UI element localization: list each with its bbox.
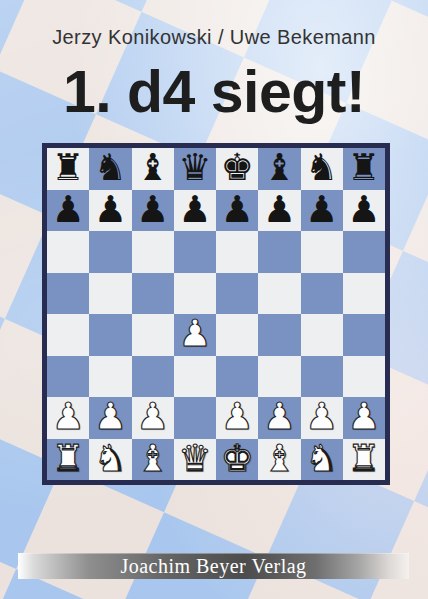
square-b7: ♟ <box>89 190 131 232</box>
square-g5 <box>301 273 343 315</box>
white-king-piece: ♚ <box>221 440 254 477</box>
square-f1: ♝ <box>258 439 300 481</box>
square-c6 <box>132 231 174 273</box>
square-e6 <box>216 231 258 273</box>
black-rook-piece: ♜ <box>347 149 380 186</box>
square-d2 <box>174 397 216 439</box>
black-pawn-piece: ♟ <box>305 191 338 228</box>
black-pawn-piece: ♟ <box>94 191 127 228</box>
publisher-name: Joachim Beyer Verlag <box>120 555 306 578</box>
black-knight-piece: ♞ <box>94 149 127 186</box>
black-pawn-piece: ♟ <box>347 191 380 228</box>
white-bishop-piece: ♝ <box>263 440 296 477</box>
white-pawn-piece: ♟ <box>221 398 254 435</box>
square-d4: ♟ <box>174 314 216 356</box>
square-a4 <box>47 314 89 356</box>
black-pawn-piece: ♟ <box>263 191 296 228</box>
square-c1: ♝ <box>132 439 174 481</box>
square-h8: ♜ <box>343 148 385 190</box>
square-g4 <box>301 314 343 356</box>
square-h7: ♟ <box>343 190 385 232</box>
white-knight-piece: ♞ <box>94 440 127 477</box>
black-pawn-piece: ♟ <box>178 191 211 228</box>
square-b6 <box>89 231 131 273</box>
black-pawn-piece: ♟ <box>52 191 85 228</box>
square-a8: ♜ <box>47 148 89 190</box>
square-f7: ♟ <box>258 190 300 232</box>
square-b3 <box>89 356 131 398</box>
black-pawn-piece: ♟ <box>221 191 254 228</box>
white-rook-piece: ♜ <box>52 440 85 477</box>
square-b1: ♞ <box>89 439 131 481</box>
white-pawn-piece: ♟ <box>178 315 211 352</box>
square-h6 <box>343 231 385 273</box>
square-f4 <box>258 314 300 356</box>
square-d3 <box>174 356 216 398</box>
square-b2: ♟ <box>89 397 131 439</box>
square-a1: ♜ <box>47 439 89 481</box>
white-pawn-piece: ♟ <box>305 398 338 435</box>
square-h5 <box>343 273 385 315</box>
white-bishop-piece: ♝ <box>136 440 169 477</box>
black-bishop-piece: ♝ <box>136 149 169 186</box>
publisher-banner: Joachim Beyer Verlag <box>18 553 409 579</box>
square-e2: ♟ <box>216 397 258 439</box>
chessboard: ♜♞♝♛♚♝♞♜♟♟♟♟♟♟♟♟♟♟♟♟♟♟♟♟♜♞♝♛♚♝♞♜ <box>42 143 390 485</box>
square-g3 <box>301 356 343 398</box>
black-bishop-piece: ♝ <box>263 149 296 186</box>
book-title: 1. d4 siegt! <box>0 58 428 126</box>
square-f2: ♟ <box>258 397 300 439</box>
black-queen-piece: ♛ <box>178 149 211 186</box>
white-pawn-piece: ♟ <box>52 398 85 435</box>
white-queen-piece: ♛ <box>178 440 211 477</box>
square-a6 <box>47 231 89 273</box>
square-e8: ♚ <box>216 148 258 190</box>
square-c8: ♝ <box>132 148 174 190</box>
square-a5 <box>47 273 89 315</box>
author-line: Jerzy Konikowski / Uwe Bekemann <box>0 26 428 49</box>
square-g6 <box>301 231 343 273</box>
square-d5 <box>174 273 216 315</box>
white-pawn-piece: ♟ <box>347 398 380 435</box>
square-c7: ♟ <box>132 190 174 232</box>
square-e5 <box>216 273 258 315</box>
square-b4 <box>89 314 131 356</box>
square-b5 <box>89 273 131 315</box>
square-c4 <box>132 314 174 356</box>
square-h1: ♜ <box>343 439 385 481</box>
square-e4 <box>216 314 258 356</box>
square-d6 <box>174 231 216 273</box>
square-e3 <box>216 356 258 398</box>
white-pawn-piece: ♟ <box>94 398 127 435</box>
square-g7: ♟ <box>301 190 343 232</box>
square-h4 <box>343 314 385 356</box>
square-d8: ♛ <box>174 148 216 190</box>
black-rook-piece: ♜ <box>52 149 85 186</box>
square-d7: ♟ <box>174 190 216 232</box>
square-a3 <box>47 356 89 398</box>
square-e7: ♟ <box>216 190 258 232</box>
square-h3 <box>343 356 385 398</box>
white-pawn-piece: ♟ <box>263 398 296 435</box>
square-h2: ♟ <box>343 397 385 439</box>
square-g8: ♞ <box>301 148 343 190</box>
square-b8: ♞ <box>89 148 131 190</box>
square-f6 <box>258 231 300 273</box>
white-rook-piece: ♜ <box>347 440 380 477</box>
square-a2: ♟ <box>47 397 89 439</box>
black-king-piece: ♚ <box>221 149 254 186</box>
black-pawn-piece: ♟ <box>136 191 169 228</box>
square-f8: ♝ <box>258 148 300 190</box>
square-c2: ♟ <box>132 397 174 439</box>
square-e1: ♚ <box>216 439 258 481</box>
square-g2: ♟ <box>301 397 343 439</box>
square-d1: ♛ <box>174 439 216 481</box>
black-knight-piece: ♞ <box>305 149 338 186</box>
square-a7: ♟ <box>47 190 89 232</box>
white-pawn-piece: ♟ <box>136 398 169 435</box>
white-knight-piece: ♞ <box>305 440 338 477</box>
square-f5 <box>258 273 300 315</box>
square-c5 <box>132 273 174 315</box>
square-c3 <box>132 356 174 398</box>
square-g1: ♞ <box>301 439 343 481</box>
square-f3 <box>258 356 300 398</box>
